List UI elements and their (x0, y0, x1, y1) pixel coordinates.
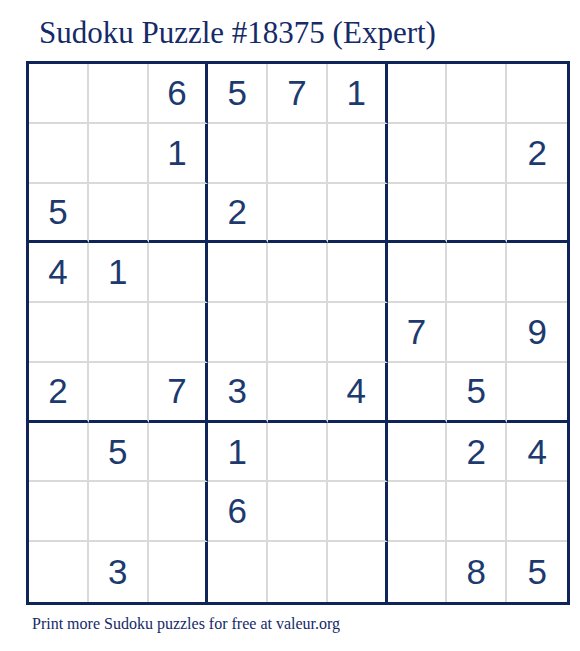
sudoku-cell-given[interactable]: 2 (507, 124, 567, 184)
sudoku-cell-empty[interactable] (447, 303, 507, 363)
sudoku-cell-empty[interactable] (447, 64, 507, 124)
sudoku-cell-given[interactable]: 2 (447, 423, 507, 483)
sudoku-cell-empty[interactable] (149, 184, 209, 244)
sudoku-cell-empty[interactable] (328, 423, 388, 483)
sudoku-cell-given[interactable]: 5 (447, 363, 507, 423)
sudoku-cell-given[interactable]: 1 (208, 423, 268, 483)
sudoku-cell-given[interactable]: 6 (149, 64, 209, 124)
sudoku-cell-given[interactable]: 7 (149, 363, 209, 423)
sudoku-board: 6571125241792734551246385 (26, 61, 570, 605)
sudoku-cell-empty[interactable] (29, 542, 89, 602)
sudoku-cell-empty[interactable] (89, 184, 149, 244)
sudoku-cell-given[interactable]: 1 (328, 64, 388, 124)
sudoku-cell-empty[interactable] (268, 363, 328, 423)
sudoku-cell-empty[interactable] (388, 423, 448, 483)
sudoku-cell-empty[interactable] (149, 542, 209, 602)
sudoku-cell-empty[interactable] (507, 482, 567, 542)
sudoku-cell-empty[interactable] (268, 243, 328, 303)
sudoku-cell-empty[interactable] (447, 482, 507, 542)
sudoku-cell-empty[interactable] (388, 184, 448, 244)
page-title: Sudoku Puzzle #18375 (Expert) (39, 15, 436, 51)
sudoku-cell-empty[interactable] (29, 482, 89, 542)
sudoku-cell-empty[interactable] (149, 303, 209, 363)
sudoku-cell-empty[interactable] (507, 184, 567, 244)
sudoku-cell-empty[interactable] (268, 482, 328, 542)
sudoku-cell-empty[interactable] (208, 124, 268, 184)
sudoku-cell-empty[interactable] (268, 542, 328, 602)
sudoku-cell-given[interactable]: 5 (208, 64, 268, 124)
sudoku-cell-given[interactable]: 7 (388, 303, 448, 363)
sudoku-cell-empty[interactable] (208, 542, 268, 602)
sudoku-cell-empty[interactable] (149, 243, 209, 303)
footer-text: Print more Sudoku puzzles for free at va… (32, 615, 340, 633)
sudoku-cell-given[interactable]: 2 (29, 363, 89, 423)
sudoku-cell-empty[interactable] (328, 184, 388, 244)
sudoku-cell-empty[interactable] (507, 64, 567, 124)
sudoku-cell-empty[interactable] (328, 124, 388, 184)
sudoku-cell-given[interactable]: 4 (507, 423, 567, 483)
sudoku-cell-given[interactable]: 3 (89, 542, 149, 602)
sudoku-cell-empty[interactable] (29, 303, 89, 363)
sudoku-cell-given[interactable]: 2 (208, 184, 268, 244)
sudoku-cell-empty[interactable] (328, 303, 388, 363)
sudoku-cell-given[interactable]: 5 (89, 423, 149, 483)
sudoku-cell-empty[interactable] (268, 124, 328, 184)
sudoku-cell-empty[interactable] (388, 542, 448, 602)
sudoku-cell-given[interactable]: 4 (29, 243, 89, 303)
sudoku-cell-empty[interactable] (149, 423, 209, 483)
sudoku-cell-empty[interactable] (447, 243, 507, 303)
sudoku-cell-empty[interactable] (208, 303, 268, 363)
sudoku-cell-empty[interactable] (89, 363, 149, 423)
sudoku-cell-empty[interactable] (388, 482, 448, 542)
sudoku-cell-given[interactable]: 6 (208, 482, 268, 542)
sudoku-cell-empty[interactable] (268, 184, 328, 244)
sudoku-cell-empty[interactable] (89, 482, 149, 542)
sudoku-cell-empty[interactable] (29, 64, 89, 124)
sudoku-cell-empty[interactable] (89, 303, 149, 363)
sudoku-cell-given[interactable]: 1 (149, 124, 209, 184)
sudoku-cell-given[interactable]: 5 (29, 184, 89, 244)
sudoku-cell-given[interactable]: 3 (208, 363, 268, 423)
sudoku-cell-empty[interactable] (29, 423, 89, 483)
sudoku-cell-empty[interactable] (328, 243, 388, 303)
sudoku-cell-given[interactable]: 8 (447, 542, 507, 602)
sudoku-cell-empty[interactable] (89, 124, 149, 184)
sudoku-cell-given[interactable]: 5 (507, 542, 567, 602)
sudoku-cell-empty[interactable] (328, 542, 388, 602)
sudoku-cell-empty[interactable] (89, 64, 149, 124)
sudoku-cell-given[interactable]: 7 (268, 64, 328, 124)
sudoku-cell-empty[interactable] (388, 363, 448, 423)
sudoku-cell-empty[interactable] (328, 482, 388, 542)
sudoku-cell-empty[interactable] (507, 243, 567, 303)
sudoku-cell-empty[interactable] (208, 243, 268, 303)
sudoku-cell-empty[interactable] (388, 243, 448, 303)
sudoku-cell-empty[interactable] (268, 303, 328, 363)
sudoku-cell-given[interactable]: 1 (89, 243, 149, 303)
sudoku-cell-given[interactable]: 4 (328, 363, 388, 423)
sudoku-cell-empty[interactable] (149, 482, 209, 542)
sudoku-cell-empty[interactable] (29, 124, 89, 184)
sudoku-cell-empty[interactable] (447, 124, 507, 184)
sudoku-cell-empty[interactable] (447, 184, 507, 244)
sudoku-cell-empty[interactable] (268, 423, 328, 483)
sudoku-cell-given[interactable]: 9 (507, 303, 567, 363)
sudoku-cell-empty[interactable] (507, 363, 567, 423)
sudoku-cell-empty[interactable] (388, 124, 448, 184)
sudoku-cell-empty[interactable] (388, 64, 448, 124)
